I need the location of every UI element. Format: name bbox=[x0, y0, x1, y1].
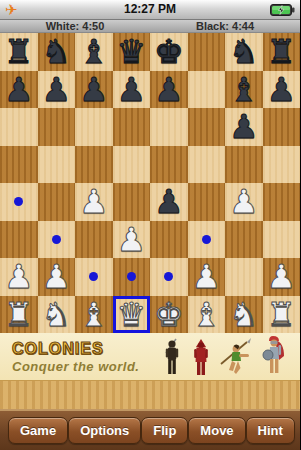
legal-move-dot[interactable] bbox=[164, 272, 173, 281]
piece-black-knight[interactable]: ♞ bbox=[229, 33, 259, 70]
square-b1[interactable]: ♞ bbox=[38, 296, 76, 334]
square-f3[interactable] bbox=[188, 221, 226, 259]
legal-move-dot[interactable] bbox=[127, 272, 136, 281]
square-c8[interactable]: ♝ bbox=[75, 33, 113, 71]
square-d4[interactable] bbox=[113, 183, 151, 221]
piece-white-rook[interactable]: ♜ bbox=[4, 296, 34, 333]
piece-white-bishop[interactable]: ♝ bbox=[79, 296, 109, 333]
square-g2[interactable] bbox=[225, 258, 263, 296]
square-b6[interactable] bbox=[38, 108, 76, 146]
square-f5[interactable] bbox=[188, 146, 226, 184]
square-h1[interactable]: ♜ bbox=[263, 296, 301, 334]
square-a5[interactable] bbox=[0, 146, 38, 184]
square-a8[interactable]: ♜ bbox=[0, 33, 38, 71]
square-g7[interactable]: ♝ bbox=[225, 71, 263, 109]
piece-black-pawn[interactable]: ♟ bbox=[154, 71, 184, 108]
square-e6[interactable] bbox=[150, 108, 188, 146]
status-bar: ✈ 12:27 PM bbox=[0, 0, 300, 20]
piece-white-pawn[interactable]: ♟ bbox=[266, 258, 296, 295]
square-b5[interactable] bbox=[38, 146, 76, 184]
square-c5[interactable] bbox=[75, 146, 113, 184]
chess-app-screen: ✈ 12:27 PM White: 4:50 Black: 4:44 ♜♞♝♛♚… bbox=[0, 0, 300, 450]
piece-black-bishop[interactable]: ♝ bbox=[79, 33, 109, 70]
square-h5[interactable] bbox=[263, 146, 301, 184]
legal-move-dot[interactable] bbox=[52, 235, 61, 244]
square-c1[interactable]: ♝ bbox=[75, 296, 113, 334]
square-g3[interactable] bbox=[225, 221, 263, 259]
piece-black-pawn[interactable]: ♟ bbox=[154, 183, 184, 220]
square-d2[interactable] bbox=[113, 258, 151, 296]
ninja-figure bbox=[161, 338, 183, 378]
square-a1[interactable]: ♜ bbox=[0, 296, 38, 334]
square-f2[interactable]: ♟ bbox=[188, 258, 226, 296]
piece-black-pawn[interactable]: ♟ bbox=[41, 71, 71, 108]
square-a3[interactable] bbox=[0, 221, 38, 259]
wood-background-strip bbox=[0, 381, 300, 409]
game-button[interactable]: Game bbox=[8, 417, 68, 444]
piece-black-knight[interactable]: ♞ bbox=[41, 33, 71, 70]
legal-move-dot[interactable] bbox=[202, 235, 211, 244]
piece-white-pawn[interactable]: ♟ bbox=[116, 221, 146, 258]
bottom-toolbar: Game Options Flip Move Hint bbox=[0, 409, 300, 450]
square-h6[interactable] bbox=[263, 108, 301, 146]
square-f6[interactable] bbox=[188, 108, 226, 146]
ad-title: COLONIES bbox=[12, 340, 139, 358]
square-b3[interactable] bbox=[38, 221, 76, 259]
piece-black-pawn[interactable]: ♟ bbox=[266, 71, 296, 108]
square-e5[interactable] bbox=[150, 146, 188, 184]
square-b7[interactable]: ♟ bbox=[38, 71, 76, 109]
piece-black-king[interactable]: ♚ bbox=[154, 33, 184, 70]
square-d7[interactable]: ♟ bbox=[113, 71, 151, 109]
square-f8[interactable] bbox=[188, 33, 226, 71]
square-e3[interactable] bbox=[150, 221, 188, 259]
square-c3[interactable] bbox=[75, 221, 113, 259]
move-button[interactable]: Move bbox=[188, 417, 245, 444]
square-a6[interactable] bbox=[0, 108, 38, 146]
piece-white-knight[interactable]: ♞ bbox=[41, 296, 71, 333]
piece-black-bishop[interactable]: ♝ bbox=[229, 71, 259, 108]
piece-white-knight[interactable]: ♞ bbox=[229, 296, 259, 333]
square-e2[interactable] bbox=[150, 258, 188, 296]
square-h2[interactable]: ♟ bbox=[263, 258, 301, 296]
piece-white-pawn[interactable]: ♟ bbox=[4, 258, 34, 295]
piece-white-king[interactable]: ♚ bbox=[154, 296, 184, 333]
piece-black-rook[interactable]: ♜ bbox=[266, 33, 296, 70]
square-c6[interactable] bbox=[75, 108, 113, 146]
square-b8[interactable]: ♞ bbox=[38, 33, 76, 71]
piece-black-pawn[interactable]: ♟ bbox=[229, 108, 259, 145]
square-h8[interactable]: ♜ bbox=[263, 33, 301, 71]
square-g6[interactable]: ♟ bbox=[225, 108, 263, 146]
piece-black-pawn[interactable]: ♟ bbox=[4, 71, 34, 108]
legal-move-dot[interactable] bbox=[89, 272, 98, 281]
square-g1[interactable]: ♞ bbox=[225, 296, 263, 334]
amazon-spear-figure bbox=[219, 338, 253, 378]
black-clock: Black: 4:44 bbox=[150, 20, 300, 32]
square-g8[interactable]: ♞ bbox=[225, 33, 263, 71]
legal-move-dot[interactable] bbox=[14, 197, 23, 206]
square-f7[interactable] bbox=[188, 71, 226, 109]
square-d5[interactable] bbox=[113, 146, 151, 184]
square-d1[interactable]: ♛ bbox=[113, 296, 151, 334]
square-e8[interactable]: ♚ bbox=[150, 33, 188, 71]
square-h7[interactable]: ♟ bbox=[263, 71, 301, 109]
clock-bar: White: 4:50 Black: 4:44 bbox=[0, 20, 300, 33]
roman-soldier-figure bbox=[260, 336, 288, 378]
piece-white-queen[interactable]: ♛ bbox=[116, 296, 146, 333]
square-h4[interactable] bbox=[263, 183, 301, 221]
piece-black-pawn[interactable]: ♟ bbox=[79, 71, 109, 108]
square-f1[interactable]: ♝ bbox=[188, 296, 226, 334]
square-a7[interactable]: ♟ bbox=[0, 71, 38, 109]
square-b2[interactable]: ♟ bbox=[38, 258, 76, 296]
piece-black-queen[interactable]: ♛ bbox=[116, 33, 146, 70]
piece-white-rook[interactable]: ♜ bbox=[266, 296, 296, 333]
square-c4[interactable]: ♟ bbox=[75, 183, 113, 221]
square-c2[interactable] bbox=[75, 258, 113, 296]
chess-board: ♜♞♝♛♚♞♜♟♟♟♟♟♝♟♟♟♟♟♟♟♟♟♟♜♞♝♛♚♝♞♜ bbox=[0, 33, 300, 333]
square-d6[interactable] bbox=[113, 108, 151, 146]
red-monk-figure bbox=[190, 338, 212, 378]
ad-figures bbox=[161, 336, 292, 378]
square-g4[interactable]: ♟ bbox=[225, 183, 263, 221]
square-c7[interactable]: ♟ bbox=[75, 71, 113, 109]
square-a2[interactable]: ♟ bbox=[0, 258, 38, 296]
square-d8[interactable]: ♛ bbox=[113, 33, 151, 71]
square-f4[interactable] bbox=[188, 183, 226, 221]
square-e1[interactable]: ♚ bbox=[150, 296, 188, 334]
status-time: 12:27 PM bbox=[0, 0, 300, 19]
square-e4[interactable]: ♟ bbox=[150, 183, 188, 221]
piece-white-pawn[interactable]: ♟ bbox=[229, 183, 259, 220]
flip-button[interactable]: Flip bbox=[141, 417, 188, 444]
square-g5[interactable] bbox=[225, 146, 263, 184]
white-clock: White: 4:50 bbox=[0, 20, 150, 32]
square-d3[interactable]: ♟ bbox=[113, 221, 151, 259]
square-a4[interactable] bbox=[0, 183, 38, 221]
piece-black-rook[interactable]: ♜ bbox=[4, 33, 34, 70]
ad-banner-text: COLONIES Conquer the world. bbox=[12, 340, 139, 374]
square-h3[interactable] bbox=[263, 221, 301, 259]
piece-white-bishop[interactable]: ♝ bbox=[191, 296, 221, 333]
ad-tagline: Conquer the world. bbox=[12, 359, 139, 374]
piece-white-pawn[interactable]: ♟ bbox=[41, 258, 71, 295]
ad-banner[interactable]: COLONIES Conquer the world. bbox=[0, 333, 300, 381]
options-button[interactable]: Options bbox=[68, 417, 141, 444]
hint-button[interactable]: Hint bbox=[246, 417, 295, 444]
piece-white-pawn[interactable]: ♟ bbox=[79, 183, 109, 220]
piece-black-pawn[interactable]: ♟ bbox=[116, 71, 146, 108]
square-b4[interactable] bbox=[38, 183, 76, 221]
piece-white-pawn[interactable]: ♟ bbox=[191, 258, 221, 295]
square-e7[interactable]: ♟ bbox=[150, 71, 188, 109]
